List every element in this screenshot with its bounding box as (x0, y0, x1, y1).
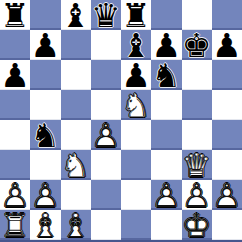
piece-black-bishop[interactable] (121, 30, 151, 60)
square-a6[interactable] (0, 60, 30, 90)
square-d4[interactable] (91, 120, 121, 150)
square-f7[interactable] (151, 30, 181, 60)
square-c8[interactable] (61, 0, 91, 30)
square-f1[interactable] (151, 210, 181, 240)
square-b7[interactable] (30, 30, 60, 60)
square-e5[interactable] (121, 90, 151, 120)
square-g6[interactable] (182, 60, 212, 90)
square-b6[interactable] (30, 60, 60, 90)
piece-black-queen[interactable] (91, 0, 121, 30)
square-g7[interactable] (182, 30, 212, 60)
square-h5[interactable] (212, 90, 242, 120)
square-b4[interactable] (30, 120, 60, 150)
square-d1[interactable] (91, 210, 121, 240)
square-d3[interactable] (91, 150, 121, 180)
piece-white-pawn[interactable] (151, 180, 181, 210)
piece-white-pawn[interactable] (212, 180, 242, 210)
piece-black-pawn[interactable] (0, 60, 30, 90)
square-b1[interactable] (30, 210, 60, 240)
square-h2[interactable] (212, 180, 242, 210)
square-a2[interactable] (0, 180, 30, 210)
square-c5[interactable] (61, 90, 91, 120)
square-a5[interactable] (0, 90, 30, 120)
piece-white-pawn[interactable] (30, 180, 60, 210)
square-e2[interactable] (121, 180, 151, 210)
piece-black-pawn[interactable] (30, 30, 60, 60)
square-e7[interactable] (121, 30, 151, 60)
piece-white-pawn[interactable] (182, 180, 212, 210)
square-c3[interactable] (61, 150, 91, 180)
piece-black-rook[interactable] (0, 0, 30, 30)
piece-white-pawn[interactable] (0, 180, 30, 210)
piece-black-knight[interactable] (151, 60, 181, 90)
square-f4[interactable] (151, 120, 181, 150)
square-g1[interactable] (182, 210, 212, 240)
piece-white-rook[interactable] (0, 210, 30, 240)
square-c4[interactable] (61, 120, 91, 150)
piece-white-queen[interactable] (182, 150, 212, 180)
square-h1[interactable] (212, 210, 242, 240)
chess-board (0, 0, 242, 242)
piece-black-pawn[interactable] (212, 30, 242, 60)
square-b8[interactable] (30, 0, 60, 30)
square-f6[interactable] (151, 60, 181, 90)
square-e1[interactable] (121, 210, 151, 240)
piece-black-pawn[interactable] (151, 30, 181, 60)
square-d5[interactable] (91, 90, 121, 120)
square-c7[interactable] (61, 30, 91, 60)
square-h8[interactable] (212, 0, 242, 30)
square-e3[interactable] (121, 150, 151, 180)
square-d6[interactable] (91, 60, 121, 90)
piece-black-knight[interactable] (30, 120, 60, 150)
square-c2[interactable] (61, 180, 91, 210)
square-g2[interactable] (182, 180, 212, 210)
square-h4[interactable] (212, 120, 242, 150)
piece-black-rook[interactable] (121, 0, 151, 30)
square-h3[interactable] (212, 150, 242, 180)
square-a7[interactable] (0, 30, 30, 60)
square-a4[interactable] (0, 120, 30, 150)
piece-white-bishop[interactable] (30, 210, 60, 240)
piece-black-pawn[interactable] (121, 60, 151, 90)
square-h6[interactable] (212, 60, 242, 90)
piece-black-bishop[interactable] (61, 0, 91, 30)
square-g5[interactable] (182, 90, 212, 120)
square-h7[interactable] (212, 30, 242, 60)
square-c6[interactable] (61, 60, 91, 90)
square-e8[interactable] (121, 0, 151, 30)
square-g4[interactable] (182, 120, 212, 150)
square-g8[interactable] (182, 0, 212, 30)
piece-white-bishop[interactable] (61, 210, 91, 240)
square-f8[interactable] (151, 0, 181, 30)
square-a3[interactable] (0, 150, 30, 180)
square-g3[interactable] (182, 150, 212, 180)
square-e4[interactable] (121, 120, 151, 150)
square-e6[interactable] (121, 60, 151, 90)
square-f2[interactable] (151, 180, 181, 210)
piece-white-knight[interactable] (121, 90, 151, 120)
square-f5[interactable] (151, 90, 181, 120)
square-c1[interactable] (61, 210, 91, 240)
piece-black-king[interactable] (182, 30, 212, 60)
square-d2[interactable] (91, 180, 121, 210)
piece-white-pawn[interactable] (91, 120, 121, 150)
piece-white-king[interactable] (182, 210, 212, 240)
square-b3[interactable] (30, 150, 60, 180)
square-d8[interactable] (91, 0, 121, 30)
square-a8[interactable] (0, 0, 30, 30)
square-d7[interactable] (91, 30, 121, 60)
piece-white-knight[interactable] (61, 150, 91, 180)
square-b5[interactable] (30, 90, 60, 120)
square-f3[interactable] (151, 150, 181, 180)
square-a1[interactable] (0, 210, 30, 240)
square-b2[interactable] (30, 180, 60, 210)
